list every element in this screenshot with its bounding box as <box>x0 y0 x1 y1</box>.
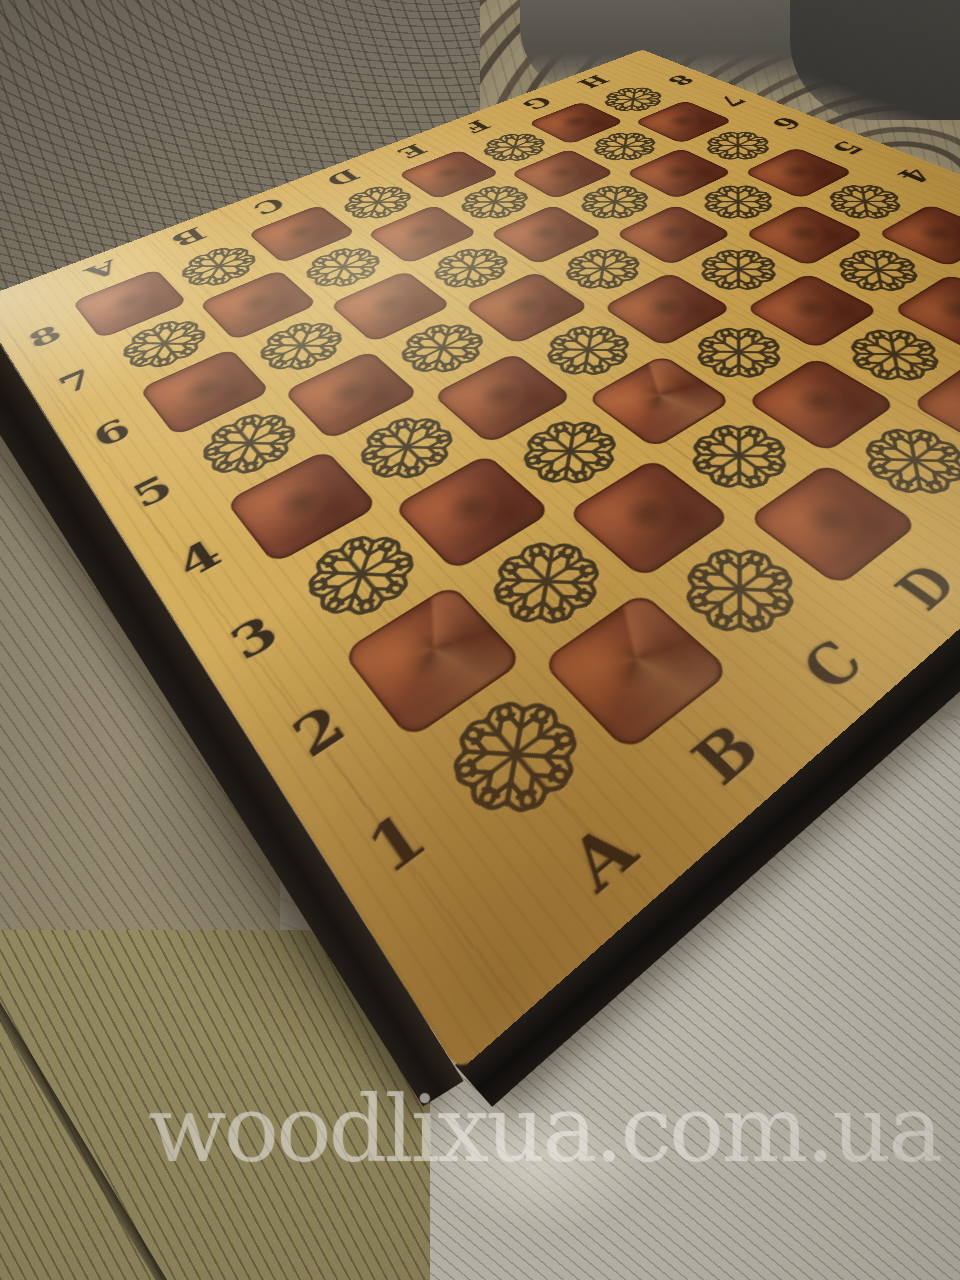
photo-chessboard-scene: 87654321 87654321 ABCDEFGH ABCDEFGH wood… <box>0 0 960 1280</box>
watermark-text: woodlixua.com.ua <box>148 1076 940 1183</box>
